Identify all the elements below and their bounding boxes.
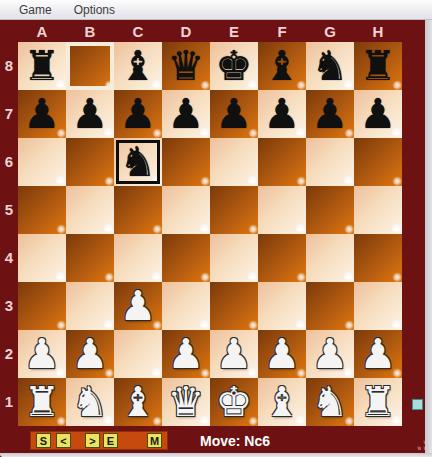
square-b2[interactable]: ♟ bbox=[66, 330, 114, 378]
rank-label-2: 2 bbox=[0, 330, 18, 378]
piece-white-king[interactable]: ♚ bbox=[210, 378, 258, 426]
piece-black-rook[interactable]: ♜ bbox=[354, 42, 402, 90]
piece-white-bishop[interactable]: ♝ bbox=[258, 378, 306, 426]
square-b6[interactable] bbox=[66, 138, 114, 186]
piece-black-pawn[interactable]: ♟ bbox=[306, 90, 354, 138]
square-g5[interactable] bbox=[306, 186, 354, 234]
square-a2[interactable]: ♟ bbox=[18, 330, 66, 378]
piece-white-queen[interactable]: ♛ bbox=[162, 378, 210, 426]
file-label-g: G bbox=[306, 20, 354, 42]
square-h5[interactable] bbox=[354, 186, 402, 234]
file-label-c: C bbox=[114, 20, 162, 42]
piece-black-pawn[interactable]: ♟ bbox=[114, 90, 162, 138]
turn-indicator bbox=[412, 399, 423, 410]
piece-black-pawn[interactable]: ♟ bbox=[18, 90, 66, 138]
square-a4[interactable] bbox=[18, 234, 66, 282]
square-f1[interactable]: ♝ bbox=[258, 378, 306, 426]
piece-white-rook[interactable]: ♜ bbox=[18, 378, 66, 426]
square-c2[interactable] bbox=[114, 330, 162, 378]
piece-white-pawn[interactable]: ♟ bbox=[162, 330, 210, 378]
square-d3[interactable] bbox=[162, 282, 210, 330]
square-c1[interactable]: ♝ bbox=[114, 378, 162, 426]
piece-black-king[interactable]: ♚ bbox=[210, 42, 258, 90]
square-h3[interactable] bbox=[354, 282, 402, 330]
square-f2[interactable]: ♟ bbox=[258, 330, 306, 378]
end-button[interactable]: E bbox=[103, 433, 118, 448]
square-e8[interactable]: ♚ bbox=[210, 42, 258, 90]
move-button[interactable]: M bbox=[147, 433, 162, 448]
rank-label-8: 8 bbox=[0, 42, 18, 90]
window-right-edge bbox=[425, 20, 432, 457]
square-e1[interactable]: ♚ bbox=[210, 378, 258, 426]
piece-black-pawn[interactable]: ♟ bbox=[162, 90, 210, 138]
piece-black-pawn[interactable]: ♟ bbox=[258, 90, 306, 138]
move-status-text: Move: Nc6 bbox=[200, 433, 270, 449]
piece-white-pawn[interactable]: ♟ bbox=[210, 330, 258, 378]
rank-label-7: 7 bbox=[0, 90, 18, 138]
square-f3[interactable] bbox=[258, 282, 306, 330]
square-b1[interactable]: ♞ bbox=[66, 378, 114, 426]
square-a6[interactable] bbox=[18, 138, 66, 186]
square-d7[interactable]: ♟ bbox=[162, 90, 210, 138]
square-f5[interactable] bbox=[258, 186, 306, 234]
piece-white-knight[interactable]: ♞ bbox=[66, 378, 114, 426]
square-f8[interactable]: ♝ bbox=[258, 42, 306, 90]
square-d8[interactable]: ♛ bbox=[162, 42, 210, 90]
menu-game[interactable]: Game bbox=[8, 0, 63, 20]
square-e3[interactable] bbox=[210, 282, 258, 330]
square-d4[interactable] bbox=[162, 234, 210, 282]
square-e5[interactable] bbox=[210, 186, 258, 234]
piece-black-knight[interactable]: ♞ bbox=[114, 138, 162, 186]
square-h7[interactable]: ♟ bbox=[354, 90, 402, 138]
square-e4[interactable] bbox=[210, 234, 258, 282]
forward-button[interactable]: > bbox=[85, 433, 100, 448]
piece-white-pawn[interactable]: ♟ bbox=[66, 330, 114, 378]
menu-options[interactable]: Options bbox=[63, 0, 126, 20]
file-label-a: A bbox=[18, 20, 66, 42]
square-a8[interactable]: ♜ bbox=[18, 42, 66, 90]
square-g1[interactable]: ♞ bbox=[306, 378, 354, 426]
square-a3[interactable] bbox=[18, 282, 66, 330]
square-c8[interactable]: ♝ bbox=[114, 42, 162, 90]
piece-white-bishop[interactable]: ♝ bbox=[114, 378, 162, 426]
square-g7[interactable]: ♟ bbox=[306, 90, 354, 138]
square-f4[interactable] bbox=[258, 234, 306, 282]
chess-app-window: Game Options ABCDEFGH 87654321 ♜♝♛♚♝♞♜♟♟… bbox=[0, 0, 432, 457]
piece-black-bishop[interactable]: ♝ bbox=[258, 42, 306, 90]
piece-white-pawn[interactable]: ♟ bbox=[258, 330, 306, 378]
square-g4[interactable] bbox=[306, 234, 354, 282]
square-e7[interactable]: ♟ bbox=[210, 90, 258, 138]
square-c3[interactable]: ♟ bbox=[114, 282, 162, 330]
file-label-h: H bbox=[354, 20, 402, 42]
chess-board: ♜♝♛♚♝♞♜♟♟♟♟♟♟♟♟♞♟♟♟♟♟♟♟♟♜♞♝♛♚♝♞♜ bbox=[18, 42, 402, 426]
piece-black-queen[interactable]: ♛ bbox=[162, 42, 210, 90]
square-d1[interactable]: ♛ bbox=[162, 378, 210, 426]
square-b8[interactable] bbox=[66, 42, 114, 90]
square-b3[interactable] bbox=[66, 282, 114, 330]
square-g3[interactable] bbox=[306, 282, 354, 330]
square-a1[interactable]: ♜ bbox=[18, 378, 66, 426]
file-label-b: B bbox=[66, 20, 114, 42]
piece-black-bishop[interactable]: ♝ bbox=[114, 42, 162, 90]
menu-bar: Game Options bbox=[0, 0, 432, 20]
rank-label-5: 5 bbox=[0, 186, 18, 234]
back-button[interactable]: < bbox=[56, 433, 71, 448]
file-label-d: D bbox=[162, 20, 210, 42]
square-g6[interactable] bbox=[306, 138, 354, 186]
square-e2[interactable]: ♟ bbox=[210, 330, 258, 378]
square-d2[interactable]: ♟ bbox=[162, 330, 210, 378]
square-h6[interactable] bbox=[354, 138, 402, 186]
piece-white-pawn[interactable]: ♟ bbox=[18, 330, 66, 378]
square-c7[interactable]: ♟ bbox=[114, 90, 162, 138]
rank-label-1: 1 bbox=[0, 378, 18, 426]
square-d5[interactable] bbox=[162, 186, 210, 234]
piece-black-pawn[interactable]: ♟ bbox=[66, 90, 114, 138]
piece-black-knight[interactable]: ♞ bbox=[306, 42, 354, 90]
piece-white-pawn[interactable]: ♟ bbox=[354, 330, 402, 378]
square-a5[interactable] bbox=[18, 186, 66, 234]
square-h8[interactable]: ♜ bbox=[354, 42, 402, 90]
square-f7[interactable]: ♟ bbox=[258, 90, 306, 138]
square-h1[interactable]: ♜ bbox=[354, 378, 402, 426]
piece-white-knight[interactable]: ♞ bbox=[306, 378, 354, 426]
square-c6[interactable]: ♞ bbox=[114, 138, 162, 186]
square-c5[interactable] bbox=[114, 186, 162, 234]
piece-black-pawn[interactable]: ♟ bbox=[210, 90, 258, 138]
rank-label-4: 4 bbox=[0, 234, 18, 282]
piece-white-pawn[interactable]: ♟ bbox=[306, 330, 354, 378]
piece-black-pawn[interactable]: ♟ bbox=[354, 90, 402, 138]
square-f6[interactable] bbox=[258, 138, 306, 186]
piece-black-rook[interactable]: ♜ bbox=[18, 42, 66, 90]
square-h2[interactable]: ♟ bbox=[354, 330, 402, 378]
square-c4[interactable] bbox=[114, 234, 162, 282]
square-g8[interactable]: ♞ bbox=[306, 42, 354, 90]
window-bottom-edge bbox=[0, 453, 432, 457]
file-label-e: E bbox=[210, 20, 258, 42]
file-labels: ABCDEFGH bbox=[18, 20, 402, 42]
start-button[interactable]: S bbox=[36, 433, 51, 448]
square-h4[interactable] bbox=[354, 234, 402, 282]
piece-white-pawn[interactable]: ♟ bbox=[114, 282, 162, 330]
square-a7[interactable]: ♟ bbox=[18, 90, 66, 138]
square-b5[interactable] bbox=[66, 186, 114, 234]
file-label-f: F bbox=[258, 20, 306, 42]
rank-label-3: 3 bbox=[0, 282, 18, 330]
square-e6[interactable] bbox=[210, 138, 258, 186]
square-b7[interactable]: ♟ bbox=[66, 90, 114, 138]
piece-white-rook[interactable]: ♜ bbox=[354, 378, 402, 426]
square-d6[interactable] bbox=[162, 138, 210, 186]
rank-label-6: 6 bbox=[0, 138, 18, 186]
square-g2[interactable]: ♟ bbox=[306, 330, 354, 378]
board-frame: ABCDEFGH 87654321 ♜♝♛♚♝♞♜♟♟♟♟♟♟♟♟♞♟♟♟♟♟♟… bbox=[0, 20, 432, 457]
rank-labels: 87654321 bbox=[0, 42, 18, 426]
square-b4[interactable] bbox=[66, 234, 114, 282]
